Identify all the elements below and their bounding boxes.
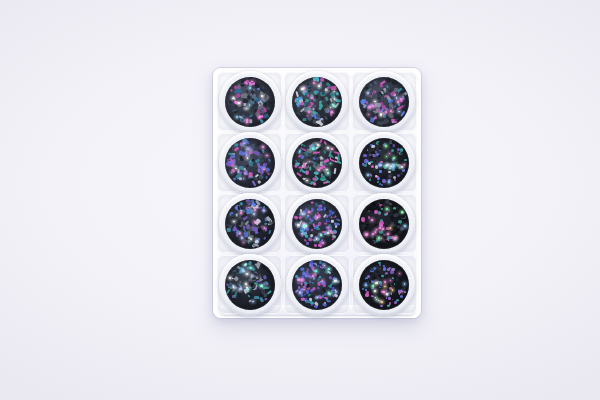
glitter-surface <box>292 138 342 188</box>
glitter-speck <box>309 238 313 241</box>
glitter-speck <box>334 151 340 155</box>
glitter-speck <box>333 105 335 107</box>
glitter-speck <box>309 167 311 171</box>
glitter-speck <box>367 108 370 112</box>
glitter-speck <box>393 214 396 217</box>
glitter-speck <box>369 154 371 156</box>
glitter-speck <box>393 157 395 159</box>
glitter-speck <box>259 116 261 118</box>
glitter-speck <box>369 222 372 225</box>
glitter-speck <box>333 168 336 174</box>
glitter-speck <box>233 236 237 241</box>
glitter-speck <box>323 141 327 146</box>
glitter-speck <box>379 264 381 266</box>
glitter-speck <box>393 224 396 227</box>
glitter-speck <box>386 227 390 231</box>
glitter-pot <box>286 71 348 133</box>
glitter-speck <box>326 180 330 184</box>
glitter-speck <box>381 238 382 239</box>
glitter-speck <box>389 221 393 225</box>
glitter-speck <box>251 275 253 277</box>
glitter-speck <box>239 178 242 181</box>
glitter-surface <box>292 199 342 249</box>
glitter-speck <box>374 148 376 150</box>
tray-cell <box>352 194 417 253</box>
glitter-pot <box>353 193 415 255</box>
glitter-speck <box>380 283 382 285</box>
glitter-speck <box>388 297 390 299</box>
glitter-speck <box>248 179 253 181</box>
glitter-speck <box>375 215 377 217</box>
glitter-speck <box>366 291 369 294</box>
glitter-speck <box>404 225 406 227</box>
glitter-speck <box>303 226 305 228</box>
glitter-speck <box>382 179 385 182</box>
glitter-speck <box>375 271 377 273</box>
glitter-speck <box>392 289 394 291</box>
glitter-surface <box>359 77 409 127</box>
glitter-speck <box>313 95 318 99</box>
glitter-speck <box>334 274 338 278</box>
glitter-speck <box>364 226 368 230</box>
glitter-speck <box>391 149 394 152</box>
glitter-speck <box>322 231 326 233</box>
glitter-surface <box>359 260 409 310</box>
glitter-speck <box>373 168 376 171</box>
glitter-speck <box>382 228 384 230</box>
glitter-speck <box>330 98 334 103</box>
glitter-speck <box>383 302 386 305</box>
glitter-pot <box>219 193 281 255</box>
glitter-speck <box>399 268 402 271</box>
glitter-speck <box>245 140 249 145</box>
glitter-speck <box>400 98 402 100</box>
glitter-speck <box>320 96 324 100</box>
glitter-speck <box>389 302 392 305</box>
glitter-speck <box>377 281 379 283</box>
glitter-speck <box>308 211 310 213</box>
glitter-speck <box>319 138 323 143</box>
glitter-speck <box>365 279 368 282</box>
glitter-speck <box>335 291 337 293</box>
glitter-speck <box>403 277 406 280</box>
glitter-speck <box>305 300 309 304</box>
glitter-speck <box>322 295 324 297</box>
glitter-speck <box>379 170 382 173</box>
glitter-surface <box>225 138 275 188</box>
glitter-speck <box>320 209 323 212</box>
glitter-speck <box>334 280 336 282</box>
glitter-speck <box>327 232 329 234</box>
glitter-speck <box>267 290 272 295</box>
glitter-speck <box>373 267 376 270</box>
glitter-speck <box>382 216 386 220</box>
glitter-speck <box>386 266 389 269</box>
glitter-speck <box>327 299 331 301</box>
glitter-speck <box>301 279 302 280</box>
glitter-speck <box>323 150 326 154</box>
glitter-pot <box>219 254 281 316</box>
glitter-speck <box>379 164 381 166</box>
glitter-speck <box>334 102 339 108</box>
tray-cell <box>284 255 349 314</box>
glitter-speck <box>396 265 398 267</box>
glitter-speck <box>245 292 247 294</box>
glitter-speck <box>306 171 309 175</box>
glitter-speck <box>237 219 241 224</box>
glitter-speck <box>248 300 251 303</box>
glitter-speck <box>396 239 400 243</box>
glitter-speck <box>378 142 381 145</box>
glitter-speck <box>246 121 248 123</box>
glitter-speck <box>375 300 377 302</box>
glitter-speck <box>260 285 262 287</box>
tray-cell <box>284 72 349 131</box>
glitter-speck <box>258 180 262 184</box>
glitter-speck <box>377 97 381 100</box>
tray-cell-grid <box>216 71 418 315</box>
glitter-speck <box>331 85 337 90</box>
glitter-tray-case <box>213 68 421 318</box>
glitter-speck <box>379 84 382 87</box>
glitter-speck <box>320 234 322 236</box>
glitter-speck <box>383 176 386 179</box>
glitter-speck <box>262 146 264 148</box>
glitter-pot <box>353 254 415 316</box>
glitter-speck <box>236 116 238 118</box>
glitter-speck <box>316 238 318 240</box>
glitter-speck <box>375 231 377 233</box>
glitter-speck <box>395 154 397 156</box>
glitter-speck <box>241 210 245 212</box>
tray-cell <box>217 72 282 131</box>
glitter-speck <box>377 157 379 159</box>
glitter-speck <box>380 305 382 307</box>
glitter-speck <box>298 215 302 219</box>
glitter-speck <box>383 288 386 291</box>
glitter-speck <box>393 275 396 278</box>
glitter-speck <box>361 217 366 222</box>
glitter-speck <box>331 148 333 150</box>
glitter-speck <box>389 168 391 170</box>
glitter-speck <box>331 111 333 113</box>
glitter-speck <box>379 150 381 152</box>
glitter-speck <box>231 217 236 220</box>
glitter-speck <box>263 237 267 241</box>
tray-cell <box>352 133 417 192</box>
glitter-speck <box>312 275 314 277</box>
glitter-speck <box>373 154 376 157</box>
glitter-speck <box>242 270 244 272</box>
glitter-speck <box>389 153 390 154</box>
glitter-speck <box>325 293 327 296</box>
photo-background <box>0 0 600 400</box>
glitter-speck <box>322 242 324 244</box>
glitter-speck <box>306 242 309 245</box>
tray-cell <box>284 194 349 253</box>
glitter-speck <box>389 140 392 143</box>
glitter-speck <box>379 147 382 150</box>
glitter-speck <box>243 178 245 180</box>
glitter-speck <box>327 172 329 174</box>
glitter-speck <box>374 290 376 292</box>
tray-cell <box>217 133 282 192</box>
glitter-speck <box>375 282 377 284</box>
glitter-speck <box>378 267 380 269</box>
glitter-speck <box>392 164 394 166</box>
glitter-speck <box>255 144 259 147</box>
glitter-speck <box>367 298 370 301</box>
glitter-speck <box>404 291 406 293</box>
glitter-speck <box>384 276 387 279</box>
glitter-speck <box>377 241 382 246</box>
glitter-speck <box>399 277 401 279</box>
glitter-speck <box>399 288 401 290</box>
glitter-speck <box>239 156 244 161</box>
glitter-speck <box>400 152 403 155</box>
glitter-speck <box>227 228 231 232</box>
glitter-speck <box>367 149 369 151</box>
glitter-speck <box>385 84 388 88</box>
glitter-speck <box>303 289 304 290</box>
glitter-speck <box>370 170 372 172</box>
glitter-speck <box>254 221 256 223</box>
glitter-speck <box>362 283 364 285</box>
glitter-speck <box>370 292 373 295</box>
glitter-speck <box>313 82 315 84</box>
glitter-pot <box>353 132 415 194</box>
glitter-speck <box>368 106 370 108</box>
glitter-speck <box>327 147 329 149</box>
glitter-speck <box>231 174 235 179</box>
glitter-speck <box>401 214 404 217</box>
glitter-speck <box>398 111 399 112</box>
glitter-speck <box>236 293 240 299</box>
glitter-speck <box>305 217 308 220</box>
glitter-speck <box>394 301 397 304</box>
glitter-surface <box>359 199 409 249</box>
glitter-speck <box>321 200 325 204</box>
glitter-speck <box>390 280 392 282</box>
glitter-speck <box>389 239 391 241</box>
glitter-pot <box>286 193 348 255</box>
glitter-speck <box>315 113 320 117</box>
glitter-speck <box>387 233 389 235</box>
glitter-surface <box>225 77 275 127</box>
glitter-speck <box>397 101 399 103</box>
glitter-speck <box>404 159 406 161</box>
glitter-speck <box>316 287 319 290</box>
glitter-speck <box>335 91 339 94</box>
glitter-speck <box>396 206 399 209</box>
glitter-speck <box>377 174 379 176</box>
glitter-speck <box>328 166 333 172</box>
glitter-speck <box>268 100 272 104</box>
glitter-speck <box>395 116 399 122</box>
glitter-speck <box>377 181 379 183</box>
glitter-speck <box>246 108 247 109</box>
glitter-speck <box>255 82 259 87</box>
glitter-speck <box>264 298 267 301</box>
glitter-speck <box>384 281 386 283</box>
glitter-speck <box>298 279 300 281</box>
glitter-surface <box>225 260 275 310</box>
glitter-speck <box>375 160 377 162</box>
glitter-speck <box>400 295 403 298</box>
glitter-speck <box>375 297 376 298</box>
glitter-surface <box>359 138 409 188</box>
glitter-speck <box>331 219 334 222</box>
tray-cell <box>284 133 349 192</box>
glitter-speck <box>245 283 247 285</box>
glitter-speck <box>371 219 373 221</box>
glitter-speck <box>383 291 385 293</box>
glitter-speck <box>371 179 373 181</box>
glitter-speck <box>262 265 266 270</box>
glitter-speck <box>268 230 271 234</box>
glitter-speck <box>247 157 249 159</box>
glitter-speck <box>392 80 397 84</box>
glitter-speck <box>393 227 396 230</box>
glitter-speck <box>238 102 240 104</box>
glitter-speck <box>266 155 267 156</box>
glitter-speck <box>389 265 391 267</box>
glitter-speck <box>249 114 253 118</box>
glitter-speck <box>230 88 233 91</box>
glitter-surface <box>292 260 342 310</box>
glitter-speck <box>400 148 404 152</box>
glitter-speck <box>256 240 258 242</box>
glitter-pot <box>219 71 281 133</box>
glitter-speck <box>322 92 325 95</box>
glitter-speck <box>371 267 373 269</box>
glitter-speck <box>235 168 236 169</box>
glitter-speck <box>245 164 248 167</box>
glitter-speck <box>370 301 373 304</box>
glitter-speck <box>321 238 324 241</box>
glitter-speck <box>386 156 387 157</box>
glitter-speck <box>375 287 377 289</box>
glitter-speck <box>377 177 380 180</box>
glitter-speck <box>239 288 241 290</box>
glitter-speck <box>388 209 390 211</box>
glitter-speck <box>252 144 255 149</box>
glitter-speck <box>383 242 386 245</box>
glitter-speck <box>390 144 392 146</box>
glitter-speck <box>405 164 407 166</box>
glitter-speck <box>308 111 310 113</box>
glitter-speck <box>313 277 315 280</box>
glitter-speck <box>375 102 381 107</box>
glitter-speck <box>307 115 313 121</box>
glitter-speck <box>330 107 331 108</box>
glitter-speck <box>241 299 243 304</box>
tray-cell <box>352 255 417 314</box>
glitter-speck <box>385 111 387 113</box>
glitter-speck <box>372 297 374 299</box>
glitter-speck <box>366 224 369 227</box>
glitter-speck <box>250 119 253 123</box>
glitter-speck <box>263 109 267 112</box>
glitter-speck <box>381 294 383 296</box>
glitter-speck <box>381 301 383 303</box>
glitter-speck <box>403 287 406 290</box>
glitter-speck <box>362 288 364 290</box>
glitter-speck <box>228 100 232 104</box>
glitter-speck <box>388 292 391 295</box>
glitter-speck <box>337 218 340 221</box>
glitter-speck <box>256 262 261 268</box>
glitter-speck <box>368 210 370 212</box>
glitter-speck <box>320 81 322 83</box>
glitter-speck <box>326 236 328 239</box>
glitter-speck <box>308 102 311 105</box>
glitter-speck <box>386 297 388 299</box>
glitter-speck <box>383 113 386 118</box>
glitter-speck <box>390 216 394 220</box>
glitter-speck <box>388 181 390 183</box>
glitter-speck <box>371 165 374 168</box>
glitter-speck <box>297 281 300 284</box>
glitter-surface <box>225 199 275 249</box>
glitter-speck <box>392 169 395 172</box>
glitter-speck <box>305 234 308 238</box>
glitter-speck <box>247 110 250 113</box>
tray-cell <box>352 72 417 131</box>
glitter-speck <box>325 222 328 224</box>
glitter-speck <box>374 302 376 304</box>
glitter-speck <box>300 267 304 270</box>
glitter-speck <box>390 173 393 176</box>
glitter-speck <box>377 121 383 125</box>
glitter-speck <box>239 233 240 234</box>
glitter-surface <box>292 77 342 127</box>
glitter-speck <box>252 301 254 303</box>
glitter-speck <box>319 265 322 268</box>
glitter-speck <box>303 294 307 298</box>
glitter-speck <box>397 301 399 303</box>
glitter-pot <box>286 254 348 316</box>
glitter-speck <box>400 111 405 117</box>
glitter-speck <box>372 105 373 106</box>
glitter-speck <box>301 88 303 90</box>
glitter-speck <box>367 171 369 173</box>
glitter-pot <box>353 71 415 133</box>
glitter-speck <box>249 104 250 105</box>
glitter-speck <box>385 200 390 205</box>
glitter-speck <box>363 154 366 157</box>
glitter-speck <box>380 113 382 115</box>
glitter-speck <box>390 270 394 274</box>
glitter-speck <box>384 174 386 176</box>
glitter-speck <box>322 303 327 307</box>
glitter-speck <box>364 164 367 167</box>
glitter-speck <box>400 172 403 175</box>
glitter-speck <box>334 222 337 225</box>
glitter-speck <box>376 206 380 210</box>
glitter-speck <box>228 152 234 155</box>
glitter-speck <box>253 108 257 112</box>
glitter-speck <box>394 288 397 291</box>
glitter-speck <box>310 201 314 204</box>
glitter-speck <box>378 237 380 239</box>
glitter-speck <box>386 165 387 166</box>
glitter-speck <box>401 211 403 213</box>
glitter-speck <box>396 97 397 98</box>
glitter-speck <box>253 88 256 91</box>
glitter-speck <box>399 293 401 295</box>
glitter-speck <box>271 165 273 168</box>
